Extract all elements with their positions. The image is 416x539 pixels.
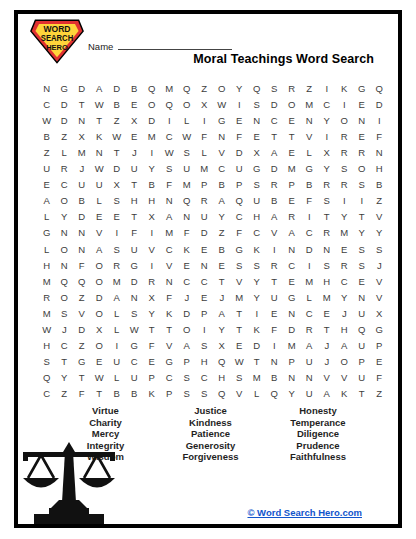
grid-cell-r8c14[interactable]: B [266,193,284,209]
grid-cell-r10c2[interactable]: N [56,225,74,241]
grid-cell-r17c9[interactable]: A [178,338,196,354]
grid-cell-r6c9[interactable]: U [178,161,196,177]
grid-cell-r15c2[interactable]: S [56,305,74,321]
grid-cell-r16c20[interactable]: G [371,322,389,338]
grid-cell-r7c10[interactable]: P [196,177,214,193]
grid-cell-r9c16[interactable]: I [301,209,319,225]
grid-cell-r12c9[interactable]: E [178,257,196,273]
grid-cell-r1c15[interactable]: R [283,80,301,96]
grid-cell-r17c4[interactable]: O [91,338,109,354]
grid-cell-r8c3[interactable]: B [73,193,91,209]
grid-cell-r9c7[interactable]: X [143,209,161,225]
grid-cell-r2c16[interactable]: M [301,96,319,112]
grid-cell-r1c17[interactable]: I [318,80,336,96]
grid-cell-r6c11[interactable]: C [213,161,231,177]
grid-cell-r3c19[interactable]: N [353,112,371,128]
grid-cell-r10c10[interactable]: D [196,225,214,241]
grid-cell-r3c16[interactable]: N [301,112,319,128]
grid-cell-r8c5[interactable]: S [108,193,126,209]
grid-cell-r1c12[interactable]: Y [231,80,249,96]
grid-cell-r5c15[interactable]: E [283,144,301,160]
grid-cell-r1c20[interactable]: Q [371,80,389,96]
grid-cell-r10c11[interactable]: Z [213,225,231,241]
grid-cell-r17c5[interactable]: I [108,338,126,354]
grid-cell-r14c10[interactable]: E [196,289,214,305]
grid-cell-r13c7[interactable]: R [143,273,161,289]
grid-cell-r1c5[interactable]: D [108,80,126,96]
grid-cell-r14c19[interactable]: N [353,289,371,305]
grid-cell-r7c9[interactable]: M [178,177,196,193]
grid-cell-r17c13[interactable]: D [248,338,266,354]
grid-cell-r14c13[interactable]: Y [248,289,266,305]
grid-cell-r1c19[interactable]: G [353,80,371,96]
grid-cell-r11c16[interactable]: D [301,241,319,257]
grid-cell-r2c15[interactable]: O [283,96,301,112]
grid-cell-r19c9[interactable]: S [178,370,196,386]
grid-cell-r3c12[interactable]: E [231,112,249,128]
grid-cell-r11c13[interactable]: K [248,241,266,257]
grid-cell-r3c4[interactable]: T [91,112,109,128]
grid-cell-r2c18[interactable]: I [336,96,354,112]
grid-cell-r12c4[interactable]: O [91,257,109,273]
grid-cell-r18c13[interactable]: T [248,354,266,370]
grid-cell-r9c13[interactable]: H [248,209,266,225]
grid-cell-r7c5[interactable]: X [108,177,126,193]
grid-cell-r6c20[interactable]: H [371,161,389,177]
grid-cell-r19c11[interactable]: H [213,370,231,386]
grid-cell-r11c4[interactable]: A [91,241,109,257]
grid-cell-r16c16[interactable]: R [301,322,319,338]
grid-cell-r4c4[interactable]: K [91,128,109,144]
grid-cell-r11c8[interactable]: C [161,241,179,257]
grid-cell-r13c14[interactable]: T [266,273,284,289]
grid-cell-r11c12[interactable]: G [231,241,249,257]
grid-cell-r17c11[interactable]: X [213,338,231,354]
grid-cell-r16c19[interactable]: Q [353,322,371,338]
grid-cell-r7c12[interactable]: P [231,177,249,193]
grid-cell-r16c10[interactable]: I [196,322,214,338]
grid-cell-r8c15[interactable]: E [283,193,301,209]
grid-cell-r11c14[interactable]: I [266,241,284,257]
grid-cell-r19c18[interactable]: V [336,370,354,386]
grid-cell-r4c1[interactable]: B [38,128,56,144]
grid-cell-r5c8[interactable]: W [161,144,179,160]
grid-cell-r20c3[interactable]: F [73,386,91,402]
grid-cell-r8c9[interactable]: Q [178,193,196,209]
grid-cell-r16c15[interactable]: D [283,322,301,338]
grid-cell-r3c18[interactable]: O [336,112,354,128]
grid-cell-r7c14[interactable]: R [266,177,284,193]
grid-cell-r9c10[interactable]: U [196,209,214,225]
grid-cell-r8c7[interactable]: H [143,193,161,209]
grid-cell-r9c4[interactable]: E [91,209,109,225]
grid-cell-r19c15[interactable]: N [283,370,301,386]
grid-cell-r19c1[interactable]: Q [38,370,56,386]
grid-cell-r11c11[interactable]: B [213,241,231,257]
grid-cell-r13c15[interactable]: E [283,273,301,289]
grid-cell-r10c14[interactable]: V [266,225,284,241]
grid-cell-r15c20[interactable]: X [371,305,389,321]
grid-cell-r1c13[interactable]: Q [248,80,266,96]
grid-cell-r17c12[interactable]: E [231,338,249,354]
grid-cell-r3c3[interactable]: N [73,112,91,128]
grid-cell-r12c11[interactable]: E [213,257,231,273]
grid-cell-r10c8[interactable]: M [161,225,179,241]
grid-cell-r16c1[interactable]: W [38,322,56,338]
grid-cell-r12c16[interactable]: I [301,257,319,273]
grid-cell-r17c8[interactable]: V [161,338,179,354]
grid-cell-r15c7[interactable]: Y [143,305,161,321]
grid-cell-r16c17[interactable]: T [318,322,336,338]
grid-cell-r15c10[interactable]: P [196,305,214,321]
grid-cell-r20c16[interactable]: U [301,386,319,402]
grid-cell-r4c12[interactable]: F [231,128,249,144]
grid-cell-r15c13[interactable]: I [248,305,266,321]
grid-cell-r8c19[interactable]: I [353,193,371,209]
grid-cell-r6c14[interactable]: D [266,161,284,177]
grid-cell-r19c14[interactable]: B [266,370,284,386]
grid-cell-r8c18[interactable]: I [336,193,354,209]
grid-cell-r12c17[interactable]: S [318,257,336,273]
grid-cell-r19c20[interactable]: F [371,370,389,386]
grid-cell-r10c9[interactable]: F [178,225,196,241]
grid-cell-r16c5[interactable]: L [108,322,126,338]
grid-cell-r5c14[interactable]: A [266,144,284,160]
grid-cell-r14c5[interactable]: A [108,289,126,305]
grid-cell-r12c13[interactable]: S [248,257,266,273]
grid-cell-r20c12[interactable]: V [231,386,249,402]
grid-cell-r15c15[interactable]: N [283,305,301,321]
grid-cell-r3c2[interactable]: D [56,112,74,128]
grid-cell-r5c9[interactable]: S [178,144,196,160]
grid-cell-r5c6[interactable]: J [126,144,144,160]
grid-cell-r3c8[interactable]: I [161,112,179,128]
grid-cell-r11c2[interactable]: O [56,241,74,257]
grid-cell-r1c4[interactable]: A [91,80,109,96]
grid-cell-r5c2[interactable]: L [56,144,74,160]
grid-cell-r10c12[interactable]: F [231,225,249,241]
grid-cell-r16c3[interactable]: D [73,322,91,338]
grid-cell-r7c11[interactable]: B [213,177,231,193]
grid-cell-r2c6[interactable]: E [126,96,144,112]
grid-cell-r20c1[interactable]: C [38,386,56,402]
grid-cell-r18c6[interactable]: C [126,354,144,370]
grid-cell-r15c19[interactable]: U [353,305,371,321]
grid-cell-r14c1[interactable]: R [38,289,56,305]
grid-cell-r16c13[interactable]: K [248,322,266,338]
grid-cell-r12c10[interactable]: N [196,257,214,273]
grid-cell-r19c4[interactable]: W [91,370,109,386]
grid-cell-r9c12[interactable]: C [231,209,249,225]
grid-cell-r8c2[interactable]: O [56,193,74,209]
grid-cell-r18c3[interactable]: G [73,354,91,370]
grid-cell-r12c6[interactable]: G [126,257,144,273]
grid-cell-r3c14[interactable]: C [266,112,284,128]
grid-cell-r9c17[interactable]: T [318,209,336,225]
grid-cell-r10c3[interactable]: N [73,225,91,241]
grid-cell-r7c16[interactable]: B [301,177,319,193]
grid-cell-r18c7[interactable]: E [143,354,161,370]
grid-cell-r10c19[interactable]: Y [353,225,371,241]
grid-cell-r6c13[interactable]: G [248,161,266,177]
grid-cell-r18c9[interactable]: P [178,354,196,370]
grid-cell-r5c10[interactable]: L [196,144,214,160]
grid-cell-r14c15[interactable]: G [283,289,301,305]
grid-cell-r16c18[interactable]: H [336,322,354,338]
grid-cell-r5c7[interactable]: I [143,144,161,160]
grid-cell-r10c4[interactable]: V [91,225,109,241]
grid-cell-r5c18[interactable]: R [336,144,354,160]
grid-cell-r17c15[interactable]: M [283,338,301,354]
grid-cell-r15c14[interactable]: E [266,305,284,321]
grid-cell-r4c9[interactable]: W [178,128,196,144]
grid-cell-r19c8[interactable]: C [161,370,179,386]
grid-cell-r19c3[interactable]: T [73,370,91,386]
grid-cell-r4c18[interactable]: R [336,128,354,144]
grid-cell-r12c5[interactable]: R [108,257,126,273]
grid-cell-r2c2[interactable]: D [56,96,74,112]
grid-cell-r13c18[interactable]: C [336,273,354,289]
grid-cell-r14c3[interactable]: Z [73,289,91,305]
grid-cell-r14c18[interactable]: Y [336,289,354,305]
grid-cell-r12c19[interactable]: S [353,257,371,273]
grid-cell-r2c19[interactable]: E [353,96,371,112]
grid-cell-r18c2[interactable]: T [56,354,74,370]
grid-cell-r20c2[interactable]: Z [56,386,74,402]
grid-cell-r5c11[interactable]: V [213,144,231,160]
grid-cell-r5c19[interactable]: R [353,144,371,160]
grid-cell-r17c7[interactable]: F [143,338,161,354]
grid-cell-r13c12[interactable]: V [231,273,249,289]
grid-cell-r6c16[interactable]: G [301,161,319,177]
grid-cell-r4c20[interactable]: F [371,128,389,144]
grid-cell-r5c16[interactable]: L [301,144,319,160]
grid-cell-r17c10[interactable]: S [196,338,214,354]
grid-cell-r5c13[interactable]: X [248,144,266,160]
grid-cell-r2c13[interactable]: S [248,96,266,112]
grid-cell-r18c4[interactable]: E [91,354,109,370]
grid-cell-r8c4[interactable]: L [91,193,109,209]
grid-cell-r14c20[interactable]: V [371,289,389,305]
grid-cell-r1c18[interactable]: K [336,80,354,96]
grid-cell-r2c8[interactable]: Q [161,96,179,112]
grid-cell-r6c10[interactable]: M [196,161,214,177]
grid-cell-r6c17[interactable]: Y [318,161,336,177]
grid-cell-r19c7[interactable]: P [143,370,161,386]
grid-cell-r16c12[interactable]: T [231,322,249,338]
grid-cell-r14c2[interactable]: O [56,289,74,305]
grid-cell-r4c5[interactable]: W [108,128,126,144]
grid-cell-r8c20[interactable]: Z [371,193,389,209]
grid-cell-r11c15[interactable]: N [283,241,301,257]
grid-cell-r10c5[interactable]: I [108,225,126,241]
grid-cell-r11c10[interactable]: E [196,241,214,257]
grid-cell-r10c18[interactable]: M [336,225,354,241]
word-search-hero-link[interactable]: © Word Search Hero.com [247,507,362,518]
grid-cell-r4c6[interactable]: E [126,128,144,144]
grid-cell-r16c2[interactable]: J [56,322,74,338]
grid-cell-r4c2[interactable]: Z [56,128,74,144]
grid-cell-r19c16[interactable]: N [301,370,319,386]
grid-cell-r12c2[interactable]: N [56,257,74,273]
grid-cell-r17c19[interactable]: U [353,338,371,354]
grid-cell-r18c18[interactable]: O [336,354,354,370]
grid-cell-r3c6[interactable]: X [126,112,144,128]
grid-cell-r5c12[interactable]: D [231,144,249,160]
grid-cell-r15c16[interactable]: C [301,305,319,321]
grid-cell-r15c3[interactable]: V [73,305,91,321]
grid-cell-r6c18[interactable]: S [336,161,354,177]
grid-cell-r19c12[interactable]: S [231,370,249,386]
grid-cell-r17c17[interactable]: J [318,338,336,354]
grid-cell-r18c17[interactable]: J [318,354,336,370]
grid-cell-r11c5[interactable]: S [108,241,126,257]
grid-cell-r3c13[interactable]: N [248,112,266,128]
grid-cell-r5c5[interactable]: T [108,144,126,160]
grid-cell-r10c15[interactable]: A [283,225,301,241]
grid-cell-r9c18[interactable]: Y [336,209,354,225]
grid-cell-r2c9[interactable]: O [178,96,196,112]
grid-cell-r12c15[interactable]: C [283,257,301,273]
grid-cell-r20c19[interactable]: T [353,386,371,402]
grid-cell-r3c1[interactable]: W [38,112,56,128]
grid-cell-r16c6[interactable]: W [126,322,144,338]
grid-cell-r10c6[interactable]: F [126,225,144,241]
grid-cell-r12c1[interactable]: H [38,257,56,273]
grid-cell-r4c10[interactable]: F [196,128,214,144]
grid-cell-r7c2[interactable]: C [56,177,74,193]
grid-cell-r1c1[interactable]: N [38,80,56,96]
grid-cell-r2c17[interactable]: C [318,96,336,112]
grid-cell-r4c13[interactable]: E [248,128,266,144]
grid-cell-r20c14[interactable]: Q [266,386,284,402]
grid-cell-r13c10[interactable]: C [196,273,214,289]
grid-cell-r15c18[interactable]: J [336,305,354,321]
grid-cell-r14c11[interactable]: J [213,289,231,305]
grid-cell-r4c8[interactable]: C [161,128,179,144]
grid-cell-r15c12[interactable]: T [231,305,249,321]
grid-cell-r19c6[interactable]: U [126,370,144,386]
grid-cell-r6c3[interactable]: J [73,161,91,177]
grid-cell-r7c3[interactable]: U [73,177,91,193]
grid-cell-r4c15[interactable]: T [283,128,301,144]
grid-cell-r6c2[interactable]: R [56,161,74,177]
grid-cell-r11c7[interactable]: V [143,241,161,257]
grid-cell-r6c6[interactable]: U [126,161,144,177]
grid-cell-r6c8[interactable]: S [161,161,179,177]
grid-cell-r13c11[interactable]: T [213,273,231,289]
grid-cell-r17c2[interactable]: C [56,338,74,354]
grid-cell-r13c17[interactable]: H [318,273,336,289]
grid-cell-r8c6[interactable]: H [126,193,144,209]
grid-cell-r3c15[interactable]: E [283,112,301,128]
grid-cell-r6c19[interactable]: O [353,161,371,177]
grid-cell-r8c13[interactable]: U [248,193,266,209]
grid-cell-r19c17[interactable]: V [318,370,336,386]
grid-cell-r9c3[interactable]: D [73,209,91,225]
grid-cell-r16c8[interactable]: T [161,322,179,338]
grid-cell-r13c8[interactable]: N [161,273,179,289]
grid-cell-r1c10[interactable]: Z [196,80,214,96]
grid-cell-r13c5[interactable]: M [108,273,126,289]
grid-cell-r18c15[interactable]: P [283,354,301,370]
grid-cell-r14c17[interactable]: M [318,289,336,305]
grid-cell-r1c3[interactable]: D [73,80,91,96]
grid-cell-r4c17[interactable]: I [318,128,336,144]
grid-cell-r15c1[interactable]: M [38,305,56,321]
grid-cell-r14c8[interactable]: F [161,289,179,305]
grid-cell-r19c19[interactable]: U [353,370,371,386]
grid-cell-r2c14[interactable]: D [266,96,284,112]
grid-cell-r2c5[interactable]: B [108,96,126,112]
grid-cell-r15c11[interactable]: A [213,305,231,321]
grid-cell-r9c1[interactable]: L [38,209,56,225]
grid-cell-r17c20[interactable]: P [371,338,389,354]
grid-cell-r11c9[interactable]: K [178,241,196,257]
grid-cell-r18c14[interactable]: N [266,354,284,370]
grid-cell-r20c17[interactable]: A [318,386,336,402]
grid-cell-r8c17[interactable]: S [318,193,336,209]
grid-cell-r7c15[interactable]: P [283,177,301,193]
grid-cell-r13c4[interactable]: O [91,273,109,289]
grid-cell-r20c9[interactable]: S [178,386,196,402]
grid-cell-r16c14[interactable]: F [266,322,284,338]
grid-cell-r1c14[interactable]: S [266,80,284,96]
grid-cell-r12c18[interactable]: R [336,257,354,273]
grid-cell-r14c4[interactable]: D [91,289,109,305]
grid-cell-r9c19[interactable]: T [353,209,371,225]
grid-cell-r3c17[interactable]: Y [318,112,336,128]
grid-cell-r13c20[interactable]: V [371,273,389,289]
grid-cell-r13c3[interactable]: Q [73,273,91,289]
grid-cell-r1c2[interactable]: G [56,80,74,96]
grid-cell-r20c18[interactable]: K [336,386,354,402]
grid-cell-r4c14[interactable]: T [266,128,284,144]
grid-cell-r18c19[interactable]: P [353,354,371,370]
grid-cell-r2c12[interactable]: I [231,96,249,112]
grid-cell-r9c5[interactable]: E [108,209,126,225]
grid-cell-r20c6[interactable]: B [126,386,144,402]
grid-cell-r20c8[interactable]: P [161,386,179,402]
grid-cell-r2c20[interactable]: D [371,96,389,112]
grid-cell-r9c6[interactable]: T [126,209,144,225]
grid-cell-r2c10[interactable]: X [196,96,214,112]
grid-cell-r9c8[interactable]: A [161,209,179,225]
grid-cell-r10c13[interactable]: C [248,225,266,241]
grid-cell-r1c6[interactable]: B [126,80,144,96]
grid-cell-r8c11[interactable]: A [213,193,231,209]
grid-cell-r7c4[interactable]: U [91,177,109,193]
grid-cell-r6c12[interactable]: U [231,161,249,177]
grid-cell-r7c1[interactable]: E [38,177,56,193]
grid-cell-r9c14[interactable]: A [266,209,284,225]
grid-cell-r3c11[interactable]: G [213,112,231,128]
grid-cell-r13c19[interactable]: E [353,273,371,289]
grid-cell-r5c20[interactable]: N [371,144,389,160]
grid-cell-r2c11[interactable]: W [213,96,231,112]
grid-cell-r16c7[interactable]: T [143,322,161,338]
grid-cell-r15c4[interactable]: O [91,305,109,321]
grid-cell-r13c13[interactable]: Y [248,273,266,289]
grid-cell-r12c14[interactable]: R [266,257,284,273]
grid-cell-r3c5[interactable]: Z [108,112,126,128]
grid-cell-r13c2[interactable]: Q [56,273,74,289]
grid-cell-r3c10[interactable]: I [196,112,214,128]
grid-cell-r11c18[interactable]: E [336,241,354,257]
grid-cell-r17c6[interactable]: G [126,338,144,354]
grid-cell-r4c11[interactable]: N [213,128,231,144]
grid-cell-r8c16[interactable]: F [301,193,319,209]
